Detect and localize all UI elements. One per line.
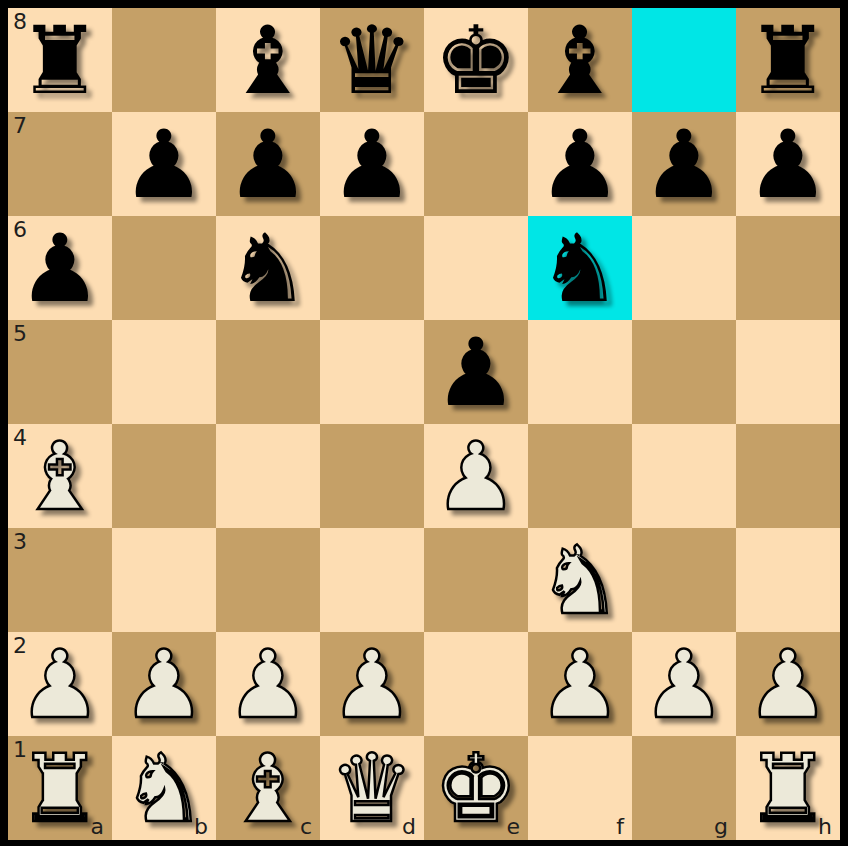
- square-d7[interactable]: ♟: [320, 112, 424, 216]
- square-c1[interactable]: c♝: [216, 736, 320, 840]
- square-h5[interactable]: [736, 320, 840, 424]
- square-c6[interactable]: ♞: [216, 216, 320, 320]
- square-h4[interactable]: [736, 424, 840, 528]
- square-b3[interactable]: [112, 528, 216, 632]
- square-c8[interactable]: ♝: [216, 8, 320, 112]
- black-pawn-c7[interactable]: ♟: [226, 118, 310, 212]
- white-pawn-f2[interactable]: ♟: [538, 638, 622, 732]
- white-pawn-d2[interactable]: ♟: [330, 638, 414, 732]
- square-g5[interactable]: [632, 320, 736, 424]
- square-b1[interactable]: b♞: [112, 736, 216, 840]
- white-rook-h1[interactable]: ♜: [746, 742, 830, 836]
- square-h3[interactable]: [736, 528, 840, 632]
- file-label-g: g: [714, 815, 728, 839]
- square-d8[interactable]: ♛: [320, 8, 424, 112]
- square-f6[interactable]: ♞: [528, 216, 632, 320]
- square-d1[interactable]: d♛: [320, 736, 424, 840]
- black-pawn-a6[interactable]: ♟: [18, 222, 102, 316]
- black-rook-a8[interactable]: ♜: [18, 14, 102, 108]
- square-a8[interactable]: 8♜: [8, 8, 112, 112]
- square-h7[interactable]: ♟: [736, 112, 840, 216]
- file-label-f: f: [616, 815, 624, 839]
- white-pawn-g2[interactable]: ♟: [642, 638, 726, 732]
- black-pawn-d7[interactable]: ♟: [330, 118, 414, 212]
- black-queen-d8[interactable]: ♛: [330, 14, 414, 108]
- square-d4[interactable]: [320, 424, 424, 528]
- square-a6[interactable]: 6♟: [8, 216, 112, 320]
- square-e4[interactable]: ♟: [424, 424, 528, 528]
- square-h6[interactable]: [736, 216, 840, 320]
- square-d6[interactable]: [320, 216, 424, 320]
- square-f1[interactable]: f: [528, 736, 632, 840]
- square-g7[interactable]: ♟: [632, 112, 736, 216]
- chess-board: 8♜♝♛♚♝♜7♟♟♟♟♟♟6♟♞♞5♟4♝♟3♞2♟♟♟♟♟♟♟1a♜b♞c♝…: [8, 8, 840, 840]
- square-e7[interactable]: [424, 112, 528, 216]
- square-f4[interactable]: [528, 424, 632, 528]
- square-d2[interactable]: ♟: [320, 632, 424, 736]
- square-g2[interactable]: ♟: [632, 632, 736, 736]
- black-king-e8[interactable]: ♚: [434, 14, 518, 108]
- white-bishop-c1[interactable]: ♝: [226, 742, 310, 836]
- black-pawn-g7[interactable]: ♟: [642, 118, 726, 212]
- white-pawn-e4[interactable]: ♟: [434, 430, 518, 524]
- white-queen-d1[interactable]: ♛: [330, 742, 414, 836]
- black-knight-c6[interactable]: ♞: [226, 222, 310, 316]
- white-pawn-c2[interactable]: ♟: [226, 638, 310, 732]
- square-e1[interactable]: e♚: [424, 736, 528, 840]
- square-e6[interactable]: [424, 216, 528, 320]
- square-g1[interactable]: g: [632, 736, 736, 840]
- square-h8[interactable]: ♜: [736, 8, 840, 112]
- black-bishop-c8[interactable]: ♝: [226, 14, 310, 108]
- square-a3[interactable]: 3: [8, 528, 112, 632]
- white-king-e1[interactable]: ♚: [434, 742, 518, 836]
- white-pawn-b2[interactable]: ♟: [122, 638, 206, 732]
- rank-label-3: 3: [13, 530, 27, 554]
- square-f3[interactable]: ♞: [528, 528, 632, 632]
- square-f7[interactable]: ♟: [528, 112, 632, 216]
- square-e8[interactable]: ♚: [424, 8, 528, 112]
- square-g6[interactable]: [632, 216, 736, 320]
- white-bishop-a4[interactable]: ♝: [18, 430, 102, 524]
- square-e5[interactable]: ♟: [424, 320, 528, 424]
- square-a4[interactable]: 4♝: [8, 424, 112, 528]
- black-pawn-e5[interactable]: ♟: [434, 326, 518, 420]
- square-f2[interactable]: ♟: [528, 632, 632, 736]
- black-knight-f6[interactable]: ♞: [538, 222, 622, 316]
- white-pawn-h2[interactable]: ♟: [746, 638, 830, 732]
- square-a1[interactable]: 1a♜: [8, 736, 112, 840]
- square-b8[interactable]: [112, 8, 216, 112]
- rank-label-5: 5: [13, 322, 27, 346]
- square-c5[interactable]: [216, 320, 320, 424]
- square-b7[interactable]: ♟: [112, 112, 216, 216]
- square-c3[interactable]: [216, 528, 320, 632]
- black-pawn-b7[interactable]: ♟: [122, 118, 206, 212]
- square-e3[interactable]: [424, 528, 528, 632]
- white-knight-f3[interactable]: ♞: [538, 534, 622, 628]
- square-c2[interactable]: ♟: [216, 632, 320, 736]
- square-f5[interactable]: [528, 320, 632, 424]
- square-h1[interactable]: h♜: [736, 736, 840, 840]
- chessboard-screen: 8♜♝♛♚♝♜7♟♟♟♟♟♟6♟♞♞5♟4♝♟3♞2♟♟♟♟♟♟♟1a♜b♞c♝…: [0, 0, 848, 846]
- black-bishop-f8[interactable]: ♝: [538, 14, 622, 108]
- square-c7[interactable]: ♟: [216, 112, 320, 216]
- square-g8[interactable]: [632, 8, 736, 112]
- square-d5[interactable]: [320, 320, 424, 424]
- square-b2[interactable]: ♟: [112, 632, 216, 736]
- square-a2[interactable]: 2♟: [8, 632, 112, 736]
- black-rook-h8[interactable]: ♜: [746, 14, 830, 108]
- square-b5[interactable]: [112, 320, 216, 424]
- white-pawn-a2[interactable]: ♟: [18, 638, 102, 732]
- black-pawn-h7[interactable]: ♟: [746, 118, 830, 212]
- square-h2[interactable]: ♟: [736, 632, 840, 736]
- square-f8[interactable]: ♝: [528, 8, 632, 112]
- square-a7[interactable]: 7: [8, 112, 112, 216]
- square-g4[interactable]: [632, 424, 736, 528]
- square-b6[interactable]: [112, 216, 216, 320]
- square-a5[interactable]: 5: [8, 320, 112, 424]
- white-knight-b1[interactable]: ♞: [122, 742, 206, 836]
- square-d3[interactable]: [320, 528, 424, 632]
- square-b4[interactable]: [112, 424, 216, 528]
- square-g3[interactable]: [632, 528, 736, 632]
- white-rook-a1[interactable]: ♜: [18, 742, 102, 836]
- square-e2[interactable]: [424, 632, 528, 736]
- rank-label-7: 7: [13, 114, 27, 138]
- square-c4[interactable]: [216, 424, 320, 528]
- black-pawn-f7[interactable]: ♟: [538, 118, 622, 212]
